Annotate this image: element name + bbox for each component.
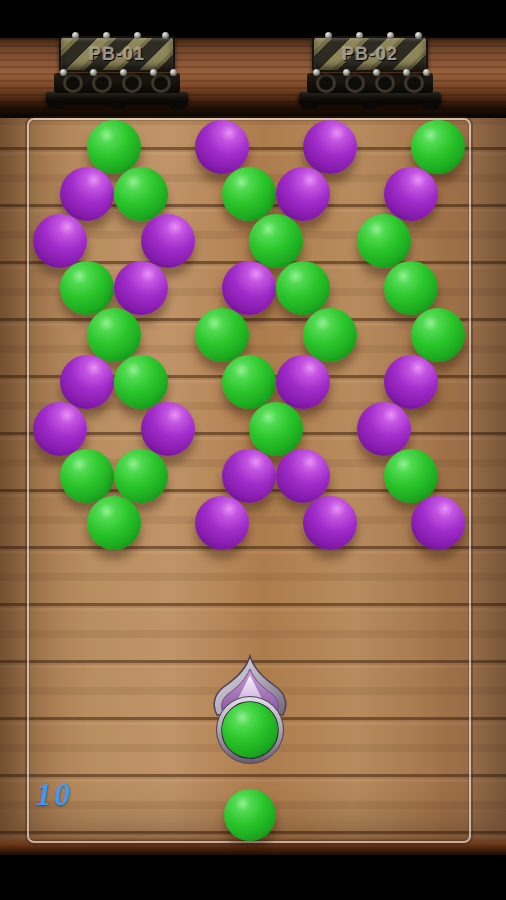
rivet-icon xyxy=(423,69,430,76)
gear-icon xyxy=(404,73,424,93)
rivet-icon xyxy=(72,32,79,39)
bubble-purple xyxy=(303,496,357,550)
bubble-purple xyxy=(276,355,330,409)
bubble-green xyxy=(384,449,438,503)
bubble-purple xyxy=(222,261,276,315)
gear-icon xyxy=(63,73,83,93)
bubble-green xyxy=(114,449,168,503)
bubble-purple xyxy=(33,214,87,268)
loaded-bubble xyxy=(222,702,278,758)
rivet-icon xyxy=(403,69,410,76)
rivet-icon xyxy=(415,32,422,39)
rivet-icon xyxy=(60,69,67,76)
next-bubble xyxy=(224,789,276,841)
gear-icon xyxy=(316,73,336,93)
button-foot xyxy=(302,102,317,109)
bubble-green xyxy=(87,496,141,550)
button-pb-02[interactable]: PB-02 xyxy=(299,28,441,110)
gear-icon xyxy=(375,73,395,93)
button-treads xyxy=(54,73,180,93)
bubble-purple xyxy=(114,261,168,315)
bubble-purple xyxy=(384,167,438,221)
bubble-green xyxy=(114,167,168,221)
score: 10 xyxy=(36,777,73,813)
button-foot xyxy=(110,102,125,109)
bubble-purple xyxy=(33,402,87,456)
button-pb-01[interactable]: PB-01 xyxy=(46,28,188,110)
gear-icon xyxy=(122,73,142,93)
bubble-purple xyxy=(195,496,249,550)
button-treads xyxy=(307,73,433,93)
bubble-green xyxy=(87,308,141,362)
bubble-purple xyxy=(222,449,276,503)
bubble-purple xyxy=(276,449,330,503)
rivet-icon xyxy=(150,69,157,76)
bubble-purple xyxy=(141,214,195,268)
bubble-green xyxy=(411,308,465,362)
bubble-green xyxy=(60,261,114,315)
button-foot xyxy=(423,102,438,109)
gear-icon xyxy=(151,73,171,93)
bubble-purple xyxy=(276,167,330,221)
rivet-icon xyxy=(134,32,141,39)
game-screen: PB-01 PB-02 xyxy=(0,0,506,900)
button-plaque: PB-01 xyxy=(59,36,175,72)
bubble-green xyxy=(384,261,438,315)
rivet-icon xyxy=(356,32,363,39)
rivet-icon xyxy=(313,69,320,76)
bubble-green xyxy=(411,120,465,174)
button-pb-01-label: PB-01 xyxy=(89,44,145,65)
rivet-icon xyxy=(162,32,169,39)
bubble-green xyxy=(303,308,357,362)
bubble-purple xyxy=(195,120,249,174)
rivet-icon xyxy=(103,32,110,39)
bubble-green xyxy=(222,355,276,409)
rivet-icon xyxy=(90,69,97,76)
rivet-icon xyxy=(373,69,380,76)
bubble-purple xyxy=(60,355,114,409)
bubble-green xyxy=(222,167,276,221)
bubble-green xyxy=(195,308,249,362)
bubble-green xyxy=(114,355,168,409)
button-foot xyxy=(363,102,378,109)
button-plaque: PB-02 xyxy=(312,36,428,72)
gear-icon xyxy=(92,73,112,93)
gear-icon xyxy=(345,73,365,93)
rivet-icon xyxy=(343,69,350,76)
button-foot xyxy=(170,102,185,109)
bubble-green xyxy=(87,120,141,174)
bubble-green xyxy=(249,402,303,456)
button-foot xyxy=(49,102,64,109)
bubble-purple xyxy=(303,120,357,174)
rivet-icon xyxy=(325,32,332,39)
bubble-green xyxy=(276,261,330,315)
bubble-purple xyxy=(141,402,195,456)
button-pb-02-label: PB-02 xyxy=(342,44,398,65)
rivet-icon xyxy=(120,69,127,76)
rivet-icon xyxy=(170,69,177,76)
bubble-purple xyxy=(60,167,114,221)
bubble-green xyxy=(249,214,303,268)
bubble-purple xyxy=(411,496,465,550)
bubble-purple xyxy=(384,355,438,409)
bubble-green xyxy=(357,214,411,268)
rivet-icon xyxy=(387,32,394,39)
bubble-green xyxy=(60,449,114,503)
bubble-purple xyxy=(357,402,411,456)
